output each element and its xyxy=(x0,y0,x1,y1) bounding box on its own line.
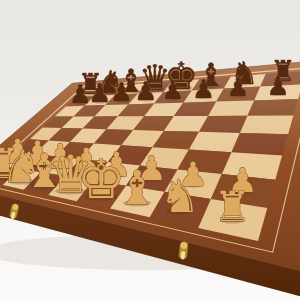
piece-white-bishop: ♝ xyxy=(116,161,158,215)
square-h5 xyxy=(240,116,294,135)
piece-black-pawn: ♟ xyxy=(134,76,157,106)
piece-black-pawn: ♟ xyxy=(266,71,289,101)
piece-black-pawn: ♟ xyxy=(110,77,133,107)
piece-black-pawn: ♟ xyxy=(192,74,215,104)
square-h4 xyxy=(232,133,289,156)
piece-white-knight: ♞ xyxy=(160,170,200,223)
piece-black-pawn: ♟ xyxy=(161,75,184,105)
piece-white-rook: ♜ xyxy=(214,183,251,231)
product-photo: ♜♞♝♛♚♝♞♜♟♟♟♟♟♟♟♟♟♟♟♟♟♟♟♟♜♞♝♛♚♝♞♜ xyxy=(0,0,300,300)
square-h6 xyxy=(248,99,299,116)
chess-board-photo: ♜♞♝♛♚♝♞♜♟♟♟♟♟♟♟♟♟♟♟♟♟♟♟♟♜♞♝♛♚♝♞♜ xyxy=(0,0,300,300)
piece-black-pawn: ♟ xyxy=(227,72,250,102)
piece-black-pawn: ♟ xyxy=(88,78,111,108)
